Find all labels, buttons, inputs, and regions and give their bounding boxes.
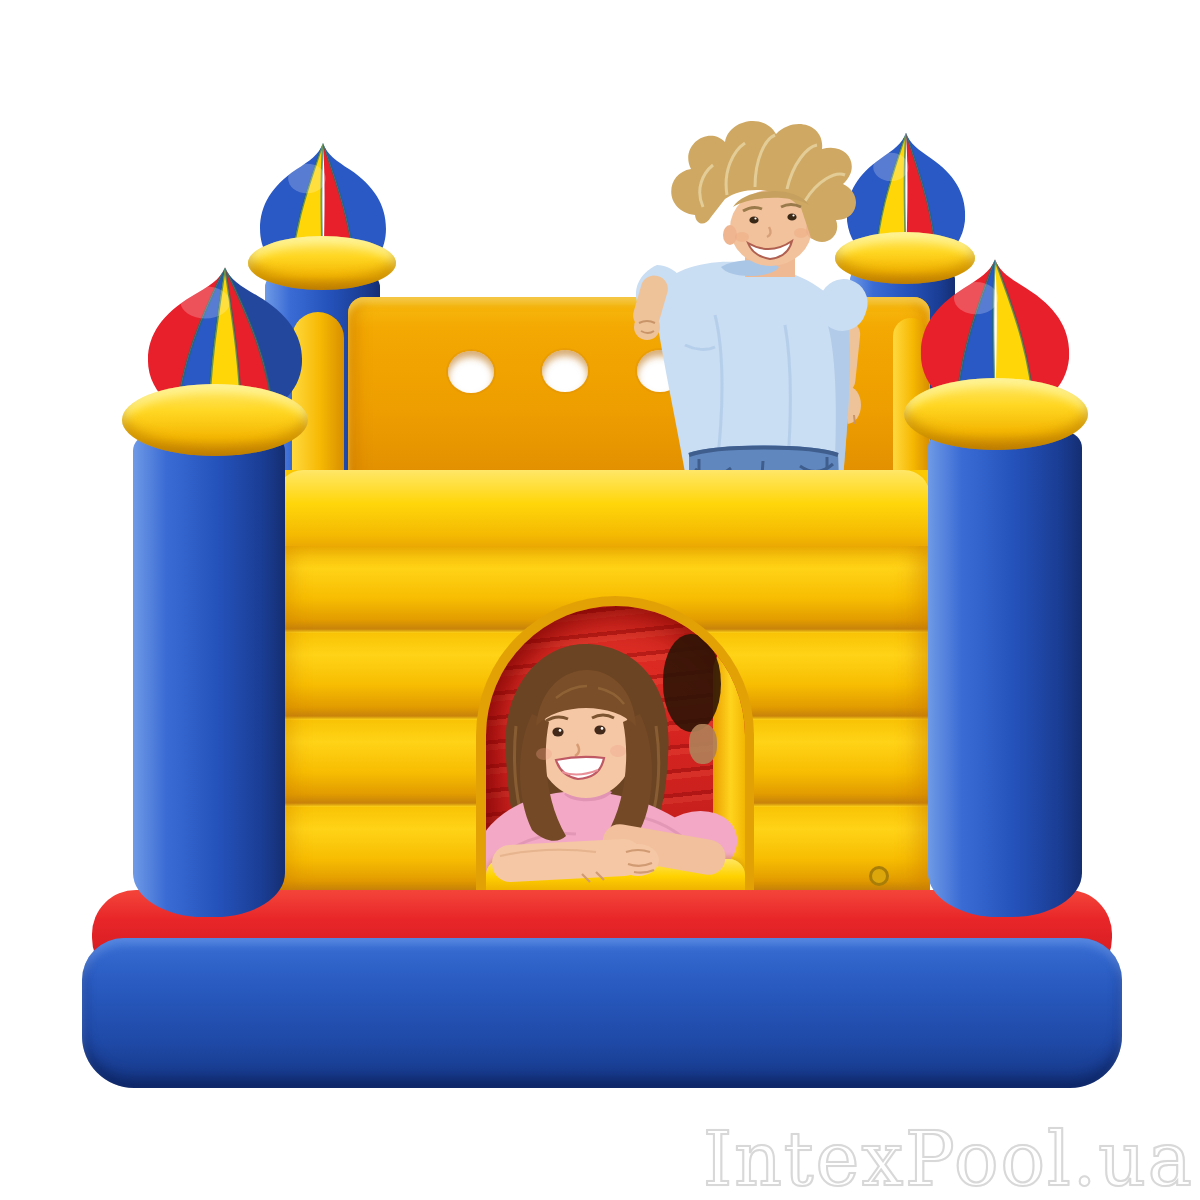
rear-wall-hole-1 [448, 351, 494, 393]
boy-fist [634, 314, 660, 340]
front-wall-top-tube [277, 470, 930, 550]
product-photo: IntexPool.ua [0, 0, 1200, 1200]
front-left-tower-column [133, 435, 285, 917]
front-wall [277, 470, 930, 900]
door-arch [486, 606, 745, 893]
front-left-tower-ring [122, 384, 308, 456]
boy-figure [595, 115, 880, 510]
base-blue-platform [82, 938, 1122, 1088]
watermark: IntexPool.ua [703, 1116, 1194, 1200]
rear-wall-hole-2 [542, 350, 588, 392]
girl-arms [486, 606, 745, 893]
front-right-tower-column [928, 432, 1082, 917]
inflation-valve [869, 866, 889, 886]
front-right-tower-ring [904, 378, 1088, 450]
